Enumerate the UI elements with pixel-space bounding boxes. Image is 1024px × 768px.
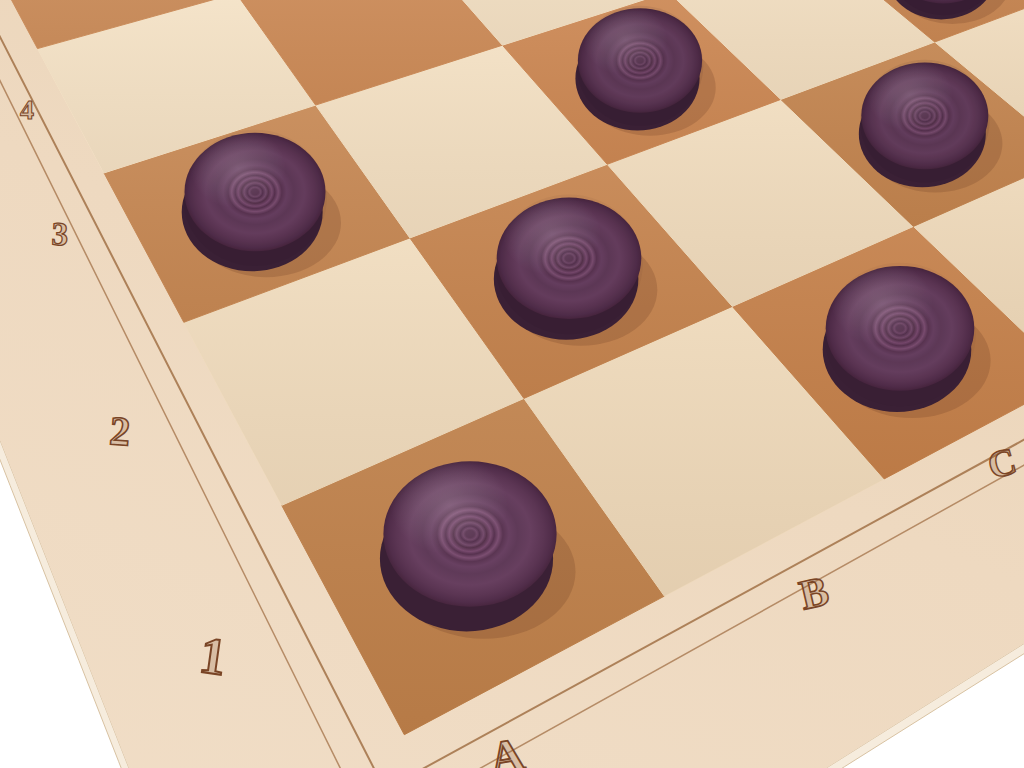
checkers-board-photo: 1234ABC: [0, 0, 1024, 768]
rank-label-4: 4: [20, 94, 34, 125]
piece-depth-tint: [183, 130, 327, 266]
piece-depth-tint: [860, 60, 990, 183]
piece-depth-tint: [495, 195, 643, 335]
rank-label-2: 2: [108, 407, 132, 454]
photo-frame: 1234ABC: [0, 0, 1024, 768]
piece-depth-tint: [577, 6, 704, 126]
rank-label-3: 3: [51, 216, 69, 253]
piece-depth-tint: [382, 458, 559, 625]
piece-depth-tint: [824, 263, 976, 407]
